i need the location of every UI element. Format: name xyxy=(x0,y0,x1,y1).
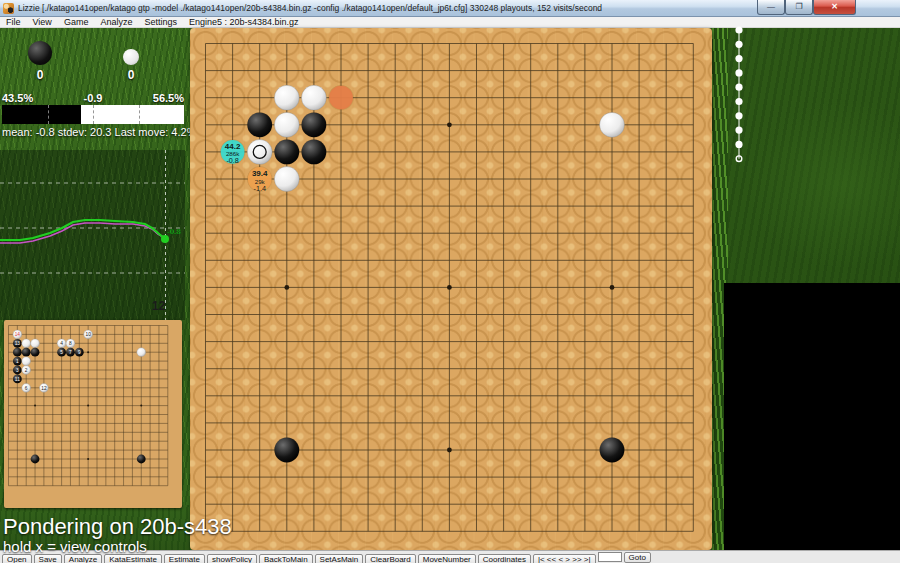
black-stone xyxy=(31,348,40,357)
tree-node[interactable] xyxy=(735,112,742,119)
move-number: 12 xyxy=(41,386,47,391)
move-number: 9 xyxy=(78,350,81,355)
tree-node[interactable] xyxy=(735,127,742,134)
winrate-bar-half-mark xyxy=(93,105,94,124)
title-bar[interactable]: Lizzie [./katago141open/katago gtp -mode… xyxy=(0,0,900,17)
black-stone xyxy=(13,348,22,357)
winrate-bar-quarter-mark xyxy=(48,105,49,124)
sub-board-canvas: 1413481057913211612 xyxy=(4,320,182,508)
window-controls: — ❐ ✕ xyxy=(757,0,856,15)
variation-tree[interactable] xyxy=(727,24,757,174)
app-icon xyxy=(3,3,14,14)
blank-panel xyxy=(724,283,900,550)
toolbar-button-analyze[interactable]: Analyze xyxy=(64,554,102,563)
minimize-button[interactable]: — xyxy=(757,0,785,15)
black-stone xyxy=(247,112,272,137)
tree-node[interactable] xyxy=(735,84,742,91)
toolbar-button-estimate[interactable]: Estimate xyxy=(164,554,205,563)
move-number: 5 xyxy=(60,350,63,355)
move-number: 1 xyxy=(16,359,19,364)
main-go-board[interactable]: 44.2286k-0.839.429k-1.4 xyxy=(190,28,712,550)
white-stone xyxy=(22,357,31,366)
suggestion-circle[interactable] xyxy=(329,86,353,110)
score-stats-line: mean: -0.8 stdev: 20.3 Last move: 4.2% xyxy=(2,126,188,138)
toolbar-button-coordinates[interactable]: Coordinates xyxy=(478,554,531,563)
move-number: 13 xyxy=(15,341,21,346)
graph-end-label: -0.8 xyxy=(167,227,181,236)
window-title: Lizzie [./katago141open/katago gtp -mode… xyxy=(18,3,602,13)
white-capture-stone-icon xyxy=(123,49,139,65)
white-winrate-label: 56.5% xyxy=(153,92,184,105)
toolbar-button-kataestimate[interactable]: KataEstimate xyxy=(104,554,162,563)
black-stone xyxy=(31,455,40,464)
white-stone xyxy=(274,167,299,192)
graph-move-number: 12 xyxy=(152,299,165,313)
winrate-bar-black-portion xyxy=(2,105,81,124)
toolbar-button-open[interactable]: Open xyxy=(2,554,32,563)
toolbar-button-movenumber[interactable]: MoveNumber xyxy=(418,554,476,563)
black-stone xyxy=(600,438,625,463)
white-stone xyxy=(274,85,299,110)
winrate-bar-threequarter-mark xyxy=(139,105,140,124)
move-number: 6 xyxy=(25,386,28,391)
maximize-button[interactable]: ❐ xyxy=(785,0,813,15)
black-capture-count: 0 xyxy=(25,68,55,82)
star-point xyxy=(610,285,615,290)
close-button[interactable]: ✕ xyxy=(813,0,856,15)
black-stone xyxy=(302,140,327,165)
main-board-canvas: 44.2286k-0.839.429k-1.4 xyxy=(190,28,712,550)
black-stone xyxy=(22,348,31,357)
black-stone xyxy=(274,140,299,165)
menu-item-game[interactable]: Game xyxy=(58,17,95,27)
menu-item-analyze[interactable]: Analyze xyxy=(94,17,138,27)
black-stone xyxy=(302,112,327,137)
menu-item-engine5[interactable]: Engine5 : 20b-s4384.bin.gz xyxy=(183,17,305,27)
black-capture-stone-icon xyxy=(28,41,52,65)
white-stone xyxy=(247,140,272,165)
goto-move-input[interactable] xyxy=(598,552,622,562)
move-number: 14 xyxy=(15,332,21,337)
toolbar-button-setasmain[interactable]: SetAsMain xyxy=(315,554,364,563)
toolbar-button-clearboard[interactable]: ClearBoard xyxy=(365,554,415,563)
star-point xyxy=(447,448,452,453)
tree-node[interactable] xyxy=(735,26,742,33)
menu-bar: FileViewGameAnalyzeSettingsEngine5 : 20b… xyxy=(0,17,900,28)
winrate-graph[interactable]: -0.8 xyxy=(0,150,185,320)
pondering-status: Pondering on 20b-s438 xyxy=(3,514,232,540)
winrate-end-dot xyxy=(161,235,169,243)
move-number: 8 xyxy=(69,341,72,346)
star-point xyxy=(87,458,89,460)
menu-item-view[interactable]: View xyxy=(27,17,58,27)
toolbar-button-showpolicy[interactable]: showPolicy xyxy=(207,554,257,563)
tree-node[interactable] xyxy=(735,41,742,48)
star-point xyxy=(87,405,89,407)
white-capture-count: 0 xyxy=(116,68,146,82)
star-point xyxy=(140,405,142,407)
winrate-labels: 43.5% -0.9 56.5% xyxy=(2,92,184,105)
white-stone xyxy=(137,348,146,357)
suggestion-score: -1.4 xyxy=(254,184,266,193)
tree-node[interactable] xyxy=(735,69,742,76)
toolbar-button-save[interactable]: Save xyxy=(34,554,62,563)
toolbar-button-backtomain[interactable]: BackToMain xyxy=(259,554,313,563)
goto-button[interactable]: Goto xyxy=(624,552,651,563)
controls-hint: hold x = view controls xyxy=(3,538,147,555)
black-stone xyxy=(137,455,146,464)
move-number: 10 xyxy=(85,332,91,337)
move-number: 4 xyxy=(60,341,63,346)
score-lead-label: -0.9 xyxy=(84,92,103,105)
white-stone xyxy=(31,339,40,348)
tree-node[interactable] xyxy=(735,98,742,105)
white-stone xyxy=(274,112,299,137)
star-point xyxy=(34,405,36,407)
winrate-graph-canvas: -0.8 xyxy=(0,150,185,320)
toolbar-button-[interactable]: |< << < > >> >| xyxy=(533,554,596,563)
lizzie-window: Lizzie [./katago141open/katago gtp -mode… xyxy=(0,0,900,563)
star-point xyxy=(447,122,452,127)
star-point xyxy=(87,351,89,353)
black-stone xyxy=(274,438,299,463)
sub-board: 1413481057913211612 xyxy=(4,320,182,508)
white-stone xyxy=(600,112,625,137)
star-point xyxy=(284,285,289,290)
winrate-bar xyxy=(2,105,184,124)
move-number: 3 xyxy=(16,368,19,373)
tree-node[interactable] xyxy=(735,141,742,148)
suggestion-score: -0.8 xyxy=(226,156,238,165)
menu-item-file[interactable]: File xyxy=(0,17,27,27)
star-point xyxy=(447,285,452,290)
tree-node[interactable] xyxy=(735,55,742,62)
black-winrate-label: 43.5% xyxy=(2,92,33,105)
move-number: 11 xyxy=(15,377,20,382)
white-stone xyxy=(22,339,31,348)
white-stone xyxy=(302,85,327,110)
move-number: 7 xyxy=(69,350,72,355)
move-number: 2 xyxy=(25,368,28,373)
menu-item-settings[interactable]: Settings xyxy=(138,17,183,27)
